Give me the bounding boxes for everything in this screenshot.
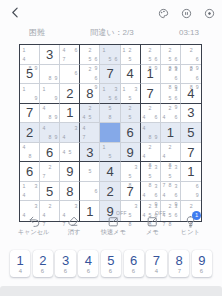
cell-r8c9[interactable]: 69 [181, 182, 201, 202]
cell-r7c9[interactable]: 1 [181, 162, 201, 182]
note-digit: 6 [175, 95, 179, 100]
pencil-notes: 248 [141, 143, 160, 162]
key-digit: 3 [62, 254, 69, 267]
cell-r8c1[interactable]: 134 [20, 182, 40, 202]
tool-label: ヒント [181, 229, 200, 235]
note-digit: 8 [148, 135, 151, 140]
status-row: 困難 間違い：2/3 03:13 [29, 28, 199, 38]
key-digit: 7 [153, 254, 160, 267]
note-digit: 5 [148, 56, 151, 61]
note-digit: 2 [88, 67, 91, 72]
top-bar [0, 0, 222, 26]
note-digit: 6 [114, 95, 118, 100]
key-digit: 9 [198, 254, 205, 267]
cell-r3c8[interactable]: 3569 [161, 84, 181, 104]
note-digit: 3 [154, 184, 158, 189]
off-badge: OFF [116, 211, 127, 216]
pencil-notes: 258 [121, 104, 140, 123]
cell-r3c3[interactable]: 2 [60, 84, 80, 104]
cell-r6c1[interactable]: 48 [20, 143, 40, 163]
numpad-key-8[interactable]: 87 [169, 250, 189, 277]
pencil-notes: 158 [100, 143, 119, 162]
cell-r1c5[interactable]: 156 [100, 45, 120, 65]
pencil-notes: 3469 [141, 182, 160, 201]
cell-value: 8 [80, 84, 99, 103]
cell-r6c5[interactable]: 158 [100, 143, 120, 163]
note-digit: 9 [54, 95, 58, 100]
cell-value: 9 [121, 143, 140, 162]
cell-value: 7 [121, 182, 140, 201]
difficulty-label: 困難 [29, 28, 45, 38]
note-digit: 4 [62, 149, 65, 154]
pencil-notes: 48 [20, 143, 39, 162]
pencil-notes: 248 [161, 143, 180, 162]
cell-value: 7 [141, 84, 160, 103]
pencil-notes: 24689 [161, 104, 180, 123]
note-digit: 2 [148, 145, 151, 150]
cell-r2c6[interactable]: 4 [121, 65, 141, 85]
note-digit: 6 [154, 115, 158, 120]
note-digit: 6 [195, 76, 199, 81]
cell-r7c8[interactable]: 23578 [161, 162, 181, 182]
pencil-notes: 5 [80, 162, 99, 181]
top-bar-icons [158, 8, 215, 19]
pencil-notes: 3569 [161, 84, 180, 103]
note-digit: 4 [163, 193, 166, 198]
pencil-notes: 69 [181, 182, 201, 201]
note-digit: 6 [175, 193, 179, 198]
cell-value: 3 [181, 104, 201, 123]
cell-value: 5 [20, 65, 39, 84]
note-digit: 1 [122, 47, 125, 52]
key-digit: 6 [130, 254, 137, 267]
note-digit: 5 [108, 56, 111, 61]
note-digit: 2 [88, 47, 91, 52]
note-digit: 5 [68, 149, 71, 154]
note-digit: 4 [163, 115, 166, 120]
chevron-left-icon [9, 6, 22, 19]
pencil-notes: 27 [40, 162, 59, 181]
cell-r4c3[interactable]: 1 [60, 104, 80, 124]
pencil-notes: 89 [40, 65, 59, 84]
cell-r4c9[interactable]: 3 [181, 104, 201, 124]
note-digit: 8 [48, 115, 51, 120]
cell-r6c4[interactable]: 3 [80, 143, 100, 163]
memo-icon [146, 215, 159, 228]
cell-r4c4[interactable]: 245 [80, 104, 100, 124]
key-remaining-count: 7 [177, 268, 180, 273]
key-digit: 8 [176, 254, 183, 267]
numpad-key-1[interactable]: 14 [10, 250, 30, 277]
note-digit: 2 [128, 47, 131, 52]
cell-r4c7[interactable]: 24689 [141, 104, 161, 124]
tool-hint-bulb[interactable]: 1ヒント [171, 215, 209, 239]
cell-r8c6[interactable]: 7 [121, 182, 141, 202]
pencil-notes: 23689 [161, 65, 180, 84]
pencil-notes: 6 [60, 65, 79, 84]
note-digit: 6 [114, 56, 118, 61]
note-digit: 7 [42, 174, 45, 179]
pencil-notes: 489 [40, 104, 59, 123]
note-digit: 5 [108, 106, 111, 111]
cell-r4c2[interactable]: 489 [40, 104, 60, 124]
note-digit: 1 [102, 145, 105, 150]
note-digit: 4 [82, 126, 85, 131]
cell-r6c7[interactable]: 248 [141, 143, 161, 163]
cell-r2c1[interactable]: 5 [20, 65, 40, 85]
cell-r1c2[interactable]: 3 [40, 45, 60, 65]
cell-r5c7[interactable]: 489 [141, 123, 161, 143]
note-digit: 6 [195, 56, 199, 61]
bottom-band [0, 286, 222, 296]
pencil-notes: 23578 [161, 162, 180, 181]
cell-r8c5[interactable]: 2 [100, 182, 120, 202]
cell-r1c4[interactable]: 2569 [80, 45, 100, 65]
cell-r2c2[interactable]: 89 [40, 65, 60, 85]
note-digit: 2 [169, 106, 172, 111]
note-digit: 9 [154, 135, 158, 140]
key-digit: 1 [16, 254, 23, 267]
cell-r6c8[interactable]: 248 [161, 143, 181, 163]
note-digit: 8 [48, 135, 51, 140]
note-digit: 1 [42, 86, 45, 91]
note-digit: 2 [189, 67, 193, 72]
cell-r6c3[interactable]: 45 [60, 143, 80, 163]
numpad-key-5[interactable]: 56 [101, 250, 121, 277]
note-digit: 8 [28, 154, 31, 159]
cell-r2c5[interactable]: 7 [100, 65, 120, 85]
record-dot-icon[interactable] [204, 8, 215, 19]
tool-label: 快速メモ [101, 229, 126, 235]
key-remaining-count: 4 [155, 268, 158, 273]
pencil-notes: 2358 [141, 162, 160, 181]
numpad-key-9[interactable]: 96 [192, 250, 212, 277]
tool-memo[interactable]: OFFメモ [133, 215, 171, 239]
key-remaining-count: 6 [109, 268, 112, 273]
note-digit: 5 [88, 115, 91, 120]
timer: 03:13 [179, 28, 199, 38]
pencil-notes: 134 [20, 182, 39, 201]
cell-r6c6[interactable]: 9 [121, 143, 141, 163]
cell-r7c7[interactable]: 2358 [141, 162, 161, 182]
cell-value: 5 [40, 182, 59, 201]
note-digit: 2 [148, 165, 151, 170]
note-digit: 4 [142, 154, 145, 159]
pencil-notes: 2689 [181, 65, 201, 84]
pencil-notes: 467 [60, 45, 79, 64]
tool-quick-memo[interactable]: OFF快速メモ [93, 215, 133, 239]
note-digit: 1 [102, 47, 105, 52]
cell-r1c8[interactable]: 25689 [161, 45, 181, 65]
cell-value: 7 [20, 104, 39, 123]
sudoku-app: 困難 間違い：2/3 03:13 14893467256915612525689… [0, 0, 222, 296]
cell-r3c1[interactable]: 19 [20, 84, 40, 104]
tool-label: キャンセル [18, 229, 50, 235]
back-button[interactable] [9, 6, 22, 19]
cell-r5c5[interactable] [100, 123, 120, 143]
off-badge: OFF [155, 211, 166, 216]
note-digit: 6 [94, 76, 98, 81]
pencil-notes: 3469 [161, 182, 180, 201]
cell-r3c7[interactable]: 7 [141, 84, 161, 104]
cell-r1c3[interactable]: 467 [60, 45, 80, 65]
note-digit: 2 [148, 106, 151, 111]
cell-r5c6[interactable]: 6 [121, 123, 141, 143]
note-digit: 8 [48, 75, 51, 80]
cell-value: 6 [40, 143, 59, 162]
note-digit: 2 [148, 204, 151, 209]
cell-value: 5 [181, 123, 201, 142]
note-digit: 4 [142, 115, 145, 120]
note-digit: 3 [154, 204, 158, 209]
key-remaining-count: 4 [18, 268, 21, 273]
note-digit: 9 [34, 95, 38, 100]
cell-value: 3 [80, 143, 99, 162]
pencil-notes: 135 [121, 84, 140, 103]
note-digit: 4 [22, 193, 25, 198]
cell-r8c4[interactable]: 6 [80, 182, 100, 202]
note-digit: 4 [62, 135, 65, 140]
note-digit: 2 [88, 106, 91, 111]
cell-r4c6[interactable]: 258 [121, 104, 141, 124]
cell-r4c8[interactable]: 24689 [161, 104, 181, 124]
note-digit: 7 [82, 135, 85, 140]
cell-r3c4[interactable]: 8 [80, 84, 100, 104]
cell-r5c3[interactable]: 34 [60, 123, 80, 143]
note-digit: 2 [169, 67, 172, 72]
pencil-notes: 156 [100, 45, 119, 64]
cell-r1c1[interactable]: 1489 [20, 45, 40, 65]
note-digit: 6 [74, 71, 78, 76]
note-digit: 5 [169, 56, 172, 61]
note-digit: 9 [54, 75, 58, 80]
key-remaining-count: 6 [132, 268, 135, 273]
undo-icon [28, 215, 41, 228]
note-digit: 6 [74, 47, 78, 52]
note-digit: 3 [134, 86, 138, 91]
numpad-key-3[interactable]: 36 [55, 250, 75, 277]
palette-icon[interactable] [158, 8, 169, 19]
note-digit: 5 [169, 174, 172, 179]
note-digit: 6 [195, 184, 199, 189]
pencil-notes: 489 [40, 123, 59, 142]
cell-r2c8[interactable]: 23689 [161, 65, 181, 85]
cell-r5c8[interactable]: 1 [161, 123, 181, 143]
note-digit: 4 [42, 126, 45, 131]
note-digit: 4 [142, 193, 145, 198]
cell-value: 6 [121, 123, 140, 142]
cell-r8c3[interactable]: 8 [60, 182, 80, 202]
key-digit: 4 [85, 254, 92, 267]
note-digit: 2 [169, 165, 172, 170]
cell-r7c5[interactable]: 4 [100, 162, 120, 182]
eraser-icon [67, 215, 80, 228]
note-digit: 6 [154, 193, 158, 198]
mistakes-counter: 間違い：2/3 [90, 28, 133, 38]
hint-count-badge: 1 [192, 211, 201, 220]
note-digit: 4 [142, 126, 145, 131]
note-digit: 2 [148, 47, 151, 52]
cell-r6c2[interactable]: 6 [40, 143, 60, 163]
numpad-key-7[interactable]: 74 [146, 250, 166, 277]
cell-value: 1 [161, 123, 180, 142]
cell-value: 1 [60, 104, 79, 123]
cell-value: 6 [20, 162, 39, 181]
pause-icon[interactable] [181, 8, 192, 19]
pencil-notes: 19 [40, 84, 59, 103]
cell-r1c9[interactable]: 2689 [181, 45, 201, 65]
cell-value: 4 [100, 162, 119, 181]
note-digit: 4 [22, 145, 25, 150]
cell-r3c5[interactable]: 1356 [100, 84, 120, 104]
note-digit: 5 [88, 169, 91, 174]
pencil-notes: 47 [80, 123, 99, 142]
note-digit: 2 [169, 145, 172, 150]
note-digit: 1 [22, 184, 25, 189]
cell-r2c3[interactable]: 6 [60, 65, 80, 85]
cell-r1c7[interactable]: 25689 [141, 45, 161, 65]
cell-r5c9[interactable]: 5 [181, 123, 201, 143]
note-digit: 1 [122, 86, 125, 91]
note-digit: 1 [102, 86, 105, 91]
note-digit: 5 [88, 56, 91, 61]
note-digit: 6 [175, 56, 179, 61]
cell-r5c4[interactable]: 47 [80, 123, 100, 143]
key-remaining-count: 6 [87, 268, 90, 273]
cell-r7c6[interactable]: 358 [121, 162, 141, 182]
note-digit: 7 [62, 56, 65, 61]
tool-undo[interactable]: キャンセル [13, 215, 55, 239]
note-digit: 6 [94, 189, 98, 194]
key-remaining-count: 6 [64, 268, 67, 273]
pencil-notes: 489 [141, 123, 160, 142]
pencil-notes: 58 [100, 104, 119, 123]
cell-r1c6[interactable]: 125 [121, 45, 141, 65]
pencil-notes: 1356 [100, 84, 119, 103]
number-pad: 142636465666748796 [10, 250, 212, 277]
pencil-notes: 24689 [141, 104, 160, 123]
cell-r5c1[interactable]: 2 [20, 123, 40, 143]
cell-r3c6[interactable]: 135 [121, 84, 141, 104]
pencil-notes: 45 [60, 143, 79, 162]
cell-r7c3[interactable]: 9 [60, 162, 80, 182]
cell-r2c9[interactable]: 2689 [181, 65, 201, 85]
cell-value: 2 [20, 123, 39, 142]
cell-r8c2[interactable]: 5 [40, 182, 60, 202]
cell-r8c8[interactable]: 3469 [161, 182, 181, 202]
note-digit: 4 [22, 56, 25, 61]
tool-eraser[interactable]: 消す [55, 215, 93, 239]
cell-r5c2[interactable]: 489 [40, 123, 60, 143]
cell-r3c2[interactable]: 19 [40, 84, 60, 104]
note-digit: 4 [62, 47, 65, 52]
pencil-notes: 6 [80, 182, 99, 201]
cell-value: 2 [60, 84, 79, 103]
note-digit: 3 [175, 184, 179, 189]
cell-value: 7 [181, 143, 201, 162]
note-digit: 6 [175, 115, 179, 120]
note-digit: 5 [169, 95, 172, 100]
numpad-key-2[interactable]: 26 [33, 250, 53, 277]
note-digit: 4 [42, 106, 45, 111]
cell-value: 9 [60, 162, 79, 181]
note-digit: 5 [128, 95, 131, 100]
note-digit: 3 [175, 165, 179, 170]
note-digit: 3 [175, 204, 179, 209]
note-digit: 2 [169, 47, 172, 52]
cell-r4c1[interactable]: 7 [20, 104, 40, 124]
board: 1489346725691561252568925689268958962697… [19, 44, 202, 222]
pencil-notes: 245 [80, 104, 99, 123]
pencil-notes: 269 [80, 65, 99, 84]
note-digit: 9 [54, 135, 58, 140]
note-digit: 4 [163, 154, 166, 159]
key-remaining-count: 6 [200, 268, 203, 273]
cell-value: 1 [141, 65, 160, 84]
cell-r2c4[interactable]: 269 [80, 65, 100, 85]
key-digit: 5 [107, 254, 114, 267]
note-digit: 5 [128, 174, 131, 179]
pencil-notes: 2689 [181, 45, 201, 64]
note-digit: 6 [175, 76, 179, 81]
note-digit: 1 [22, 86, 25, 91]
note-digit: 6 [94, 56, 98, 61]
note-digit: 5 [108, 154, 111, 159]
cell-r2c7[interactable]: 1 [141, 65, 161, 85]
pencil-notes: 34 [60, 123, 79, 142]
note-digit: 5 [128, 115, 131, 120]
cell-r3c9[interactable]: 4 [181, 84, 201, 104]
cell-r7c1[interactable]: 6 [20, 162, 40, 182]
pencil-notes: 358 [121, 162, 140, 181]
cell-value: 8 [60, 182, 79, 201]
cell-r7c4[interactable]: 5 [80, 162, 100, 182]
note-digit: 3 [134, 204, 138, 209]
cell-value: 4 [121, 65, 140, 84]
cell-r7c2[interactable]: 27 [40, 162, 60, 182]
cell-r8c7[interactable]: 3469 [141, 182, 161, 202]
pencil-notes: 1489 [20, 45, 39, 64]
note-digit: 2 [128, 106, 131, 111]
note-digit: 3 [34, 184, 38, 189]
pencil-notes: 2569 [80, 45, 99, 64]
note-digit: 1 [22, 47, 25, 52]
numpad-key-6[interactable]: 66 [124, 250, 144, 277]
note-digit: 9 [54, 115, 58, 120]
note-digit: 5 [148, 174, 151, 179]
note-digit: 4 [82, 115, 85, 120]
cell-value: 1 [181, 162, 201, 181]
cell-value: 2 [100, 182, 119, 201]
cell-r4c5[interactable]: 58 [100, 104, 120, 124]
note-digit: 3 [74, 126, 78, 131]
key-digit: 2 [39, 254, 46, 267]
cell-value: 4 [181, 84, 201, 103]
pencil-notes: 125 [121, 45, 140, 64]
note-digit: 5 [128, 56, 131, 61]
note-digit: 3 [154, 165, 158, 170]
cell-value: 3 [40, 45, 59, 64]
note-digit: 3 [175, 86, 179, 91]
numpad-key-4[interactable]: 46 [78, 250, 98, 277]
note-digit: 3 [74, 204, 78, 209]
cell-r6c9[interactable]: 7 [181, 143, 201, 163]
quick-memo-icon [107, 215, 120, 228]
note-digit: 9 [195, 193, 199, 198]
note-digit: 2 [169, 204, 172, 209]
note-digit: 2 [189, 47, 193, 52]
pencil-notes: 25689 [161, 45, 180, 64]
